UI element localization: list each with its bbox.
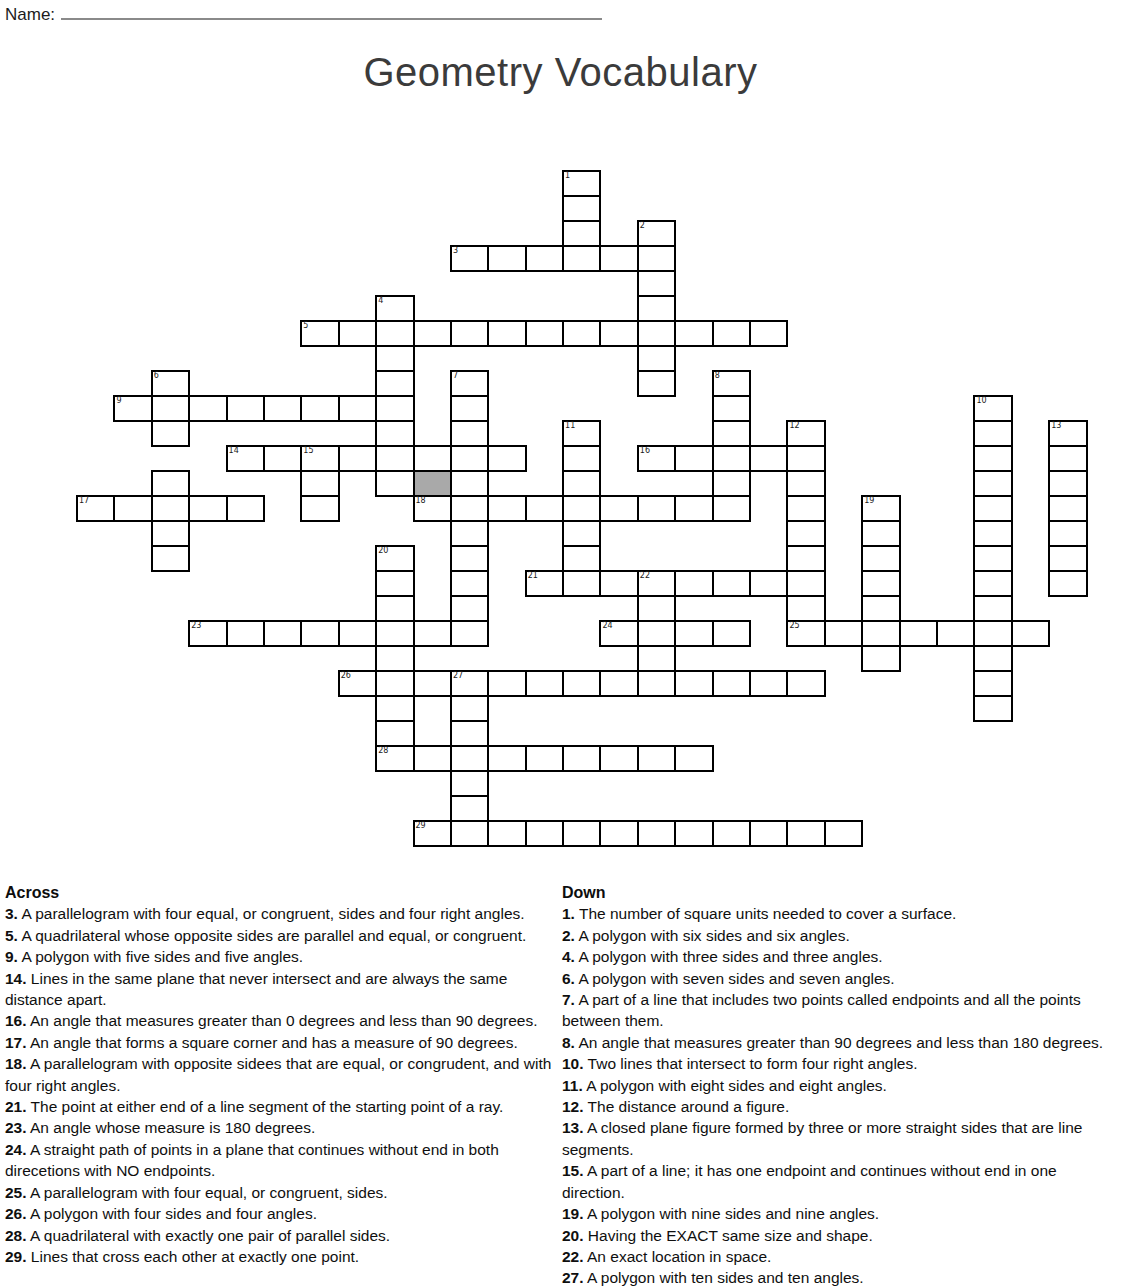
grid-cell-r13c10[interactable] (451, 496, 488, 521)
clue-number-10: 10 (976, 396, 986, 405)
down-clue-22: 22. An exact location in space. (562, 1246, 1119, 1267)
grid-cell-r16c12[interactable]: 21 (526, 571, 563, 596)
grid-cell-r4c15[interactable] (638, 271, 675, 296)
grid-cell-r18c6[interactable] (301, 621, 338, 646)
grid-cell-r18c14[interactable]: 24 (600, 621, 637, 646)
grid-cell-r6c10[interactable] (451, 321, 488, 346)
grid-cell-r9c5[interactable] (264, 396, 301, 421)
across-clue-21: 21. The point at either end of a line se… (5, 1096, 561, 1117)
across-clue-25: 25. A parallelogram with four equal, or … (5, 1182, 561, 1203)
grid-cell-r11c26[interactable] (1049, 446, 1086, 471)
grid-cell-r16c24[interactable] (974, 571, 1011, 596)
grid-cell-r6c18[interactable] (750, 321, 787, 346)
grid-cell-r10c8[interactable] (376, 421, 413, 446)
grid-cell-r11c7[interactable] (339, 446, 376, 471)
across-clue-text-9: A polygon with five sides and five angle… (18, 948, 303, 965)
grid-cell-r12c19[interactable] (787, 471, 824, 496)
down-clue-number-8: 8. (562, 1034, 575, 1051)
across-clue-29: 29. Lines that cross each other at exact… (5, 1246, 561, 1267)
grid-cell-r13c26[interactable] (1049, 496, 1086, 521)
grid-cell-r9c8[interactable] (376, 396, 413, 421)
down-clue-text-27: A polygon with ten sides and ten angles. (584, 1269, 864, 1286)
grid-cell-r13c16[interactable] (675, 496, 712, 521)
grid-cell-r18c3[interactable]: 23 (189, 621, 226, 646)
grid-cell-r10c10[interactable] (451, 421, 488, 446)
grid-cell-r2c13[interactable] (563, 221, 600, 246)
grid-cell-r20c11[interactable] (488, 671, 525, 696)
across-clue-text-23: An angle whose measure is 180 degrees. (27, 1119, 316, 1136)
grid-cell-r18c5[interactable] (264, 621, 301, 646)
down-clue-text-12: The distance around a figure. (584, 1098, 790, 1115)
clue-number-17: 17 (79, 496, 89, 505)
grid-cell-r9c4[interactable] (227, 396, 264, 421)
grid-cell-r17c15[interactable] (638, 596, 675, 621)
grid-cell-r20c7[interactable]: 26 (339, 671, 376, 696)
grid-cell-r18c10[interactable] (451, 621, 488, 646)
grid-cell-r26c20[interactable] (825, 821, 862, 846)
grid-cell-r11c5[interactable] (264, 446, 301, 471)
down-clue-text-19: A polygon with nine sides and nine angle… (584, 1205, 880, 1222)
grid-cell-r16c15[interactable]: 22 (638, 571, 675, 596)
across-clue-text-17: An angle that forms a square corner and … (27, 1034, 518, 1051)
grid-cell-r12c2[interactable] (152, 471, 189, 496)
grid-cell-r14c26[interactable] (1049, 521, 1086, 546)
grid-cell-r12c6[interactable] (301, 471, 338, 496)
down-clue-19: 19. A polygon with nine sides and nine a… (562, 1203, 1119, 1224)
down-clue-4: 4. A polygon with three sides and three … (562, 946, 1119, 967)
across-clues: Across 3. A parallelogram with four equa… (5, 882, 561, 1267)
grid-cell-r26c10[interactable] (451, 821, 488, 846)
blocked-cell-r12c9 (414, 471, 451, 496)
grid-cell-r16c10[interactable] (451, 571, 488, 596)
grid-cell-r8c15[interactable] (638, 371, 675, 396)
grid-cell-r14c21[interactable] (862, 521, 899, 546)
name-blank-line (61, 3, 602, 20)
grid-cell-r18c7[interactable] (339, 621, 376, 646)
grid-cell-r15c2[interactable] (152, 546, 189, 571)
grid-cell-r22c10[interactable] (451, 721, 488, 746)
grid-cell-r18c8[interactable] (376, 621, 413, 646)
across-clue-16: 16. An angle that measures greater than … (5, 1010, 561, 1031)
grid-cell-r9c17[interactable] (713, 396, 750, 421)
clue-number-12: 12 (789, 421, 799, 430)
grid-cell-r9c1[interactable]: 9 (114, 396, 151, 421)
grid-cell-r11c17[interactable] (713, 446, 750, 471)
clue-number-13: 13 (1051, 421, 1061, 430)
grid-cell-r16c14[interactable] (600, 571, 637, 596)
across-clue-number-5: 5. (5, 927, 18, 944)
grid-cell-r8c10[interactable]: 7 (451, 371, 488, 396)
grid-cell-r16c16[interactable] (675, 571, 712, 596)
down-clue-27: 27. A polygon with ten sides and ten ang… (562, 1267, 1119, 1286)
grid-cell-r23c11[interactable] (488, 746, 525, 771)
grid-cell-r6c14[interactable] (600, 321, 637, 346)
grid-cell-r16c8[interactable] (376, 571, 413, 596)
grid-cell-r16c19[interactable] (787, 571, 824, 596)
grid-cell-r6c8[interactable] (376, 321, 413, 346)
grid-cell-r23c13[interactable] (563, 746, 600, 771)
grid-cell-r11c4[interactable]: 14 (227, 446, 264, 471)
grid-cell-r12c26[interactable] (1049, 471, 1086, 496)
grid-cell-r20c8[interactable] (376, 671, 413, 696)
grid-cell-r26c11[interactable] (488, 821, 525, 846)
worksheet-page: Name: Geometry Vocabulary 12345678910111… (0, 0, 1121, 1286)
clue-number-5: 5 (303, 321, 308, 330)
grid-cell-r3c14[interactable] (600, 246, 637, 271)
grid-cell-r9c10[interactable] (451, 396, 488, 421)
grid-cell-r15c13[interactable] (563, 546, 600, 571)
down-clue-number-13: 13. (562, 1119, 584, 1136)
down-clue-text-8: An angle that measures greater than 90 d… (575, 1034, 1103, 1051)
grid-cell-r13c19[interactable] (787, 496, 824, 521)
grid-cell-r11c18[interactable] (750, 446, 787, 471)
grid-cell-r6c11[interactable] (488, 321, 525, 346)
clue-number-20: 20 (378, 546, 388, 555)
grid-cell-r15c21[interactable] (862, 546, 899, 571)
down-clue-8: 8. An angle that measures greater than 9… (562, 1032, 1119, 1053)
grid-cell-r19c24[interactable] (974, 646, 1011, 671)
grid-cell-r3c13[interactable] (563, 246, 600, 271)
grid-cell-r17c24[interactable] (974, 596, 1011, 621)
grid-cell-r18c22[interactable] (900, 621, 937, 646)
grid-cell-r17c8[interactable] (376, 596, 413, 621)
clue-number-19: 19 (864, 496, 874, 505)
grid-cell-r10c2[interactable] (152, 421, 189, 446)
clue-number-1: 1 (565, 171, 570, 180)
grid-cell-r6c6[interactable]: 5 (301, 321, 338, 346)
grid-cell-r12c13[interactable] (563, 471, 600, 496)
grid-cell-r1c13[interactable] (563, 196, 600, 221)
grid-cell-r21c10[interactable] (451, 696, 488, 721)
across-clue-number-17: 17. (5, 1034, 27, 1051)
clue-number-7: 7 (453, 371, 458, 380)
grid-cell-r9c3[interactable] (189, 396, 226, 421)
grid-cell-r11c13[interactable] (563, 446, 600, 471)
grid-cell-r10c17[interactable] (713, 421, 750, 446)
grid-cell-r10c24[interactable] (974, 421, 1011, 446)
across-clue-text-24: A straight path of points in a plane tha… (5, 1141, 499, 1179)
clue-number-25: 25 (789, 621, 799, 630)
grid-cell-r26c9[interactable]: 29 (414, 821, 451, 846)
down-clues: Down 1. The number of square units neede… (562, 882, 1119, 1286)
down-clue-list: 1. The number of square units needed to … (562, 903, 1119, 1286)
grid-cell-r19c8[interactable] (376, 646, 413, 671)
across-clue-18: 18. A parallelogram with opposite sidees… (5, 1053, 561, 1096)
grid-cell-r25c10[interactable] (451, 796, 488, 821)
grid-cell-r13c1[interactable] (114, 496, 151, 521)
down-clue-number-10: 10. (562, 1055, 584, 1072)
down-clue-text-20: Having the EXACT same size and shape. (584, 1227, 873, 1244)
down-clue-12: 12. The distance around a figure. (562, 1096, 1119, 1117)
grid-cell-r13c9[interactable]: 18 (414, 496, 451, 521)
grid-cell-r10c19[interactable]: 12 (787, 421, 824, 446)
down-clue-number-27: 27. (562, 1269, 584, 1286)
across-clue-text-26: A polygon with four sides and four angle… (27, 1205, 317, 1222)
grid-cell-r20c24[interactable] (974, 671, 1011, 696)
grid-cell-r23c14[interactable] (600, 746, 637, 771)
across-clue-number-28: 28. (5, 1227, 27, 1244)
grid-cell-r11c11[interactable] (488, 446, 525, 471)
across-clue-number-16: 16. (5, 1012, 27, 1029)
grid-cell-r20c12[interactable] (526, 671, 563, 696)
grid-cell-r15c19[interactable] (787, 546, 824, 571)
grid-cell-r26c15[interactable] (638, 821, 675, 846)
grid-cell-r26c16[interactable] (675, 821, 712, 846)
grid-cell-r11c6[interactable]: 15 (301, 446, 338, 471)
across-clue-number-14: 14. (5, 970, 27, 987)
clue-number-28: 28 (378, 746, 388, 755)
grid-cell-r16c17[interactable] (713, 571, 750, 596)
clue-number-8: 8 (715, 371, 720, 380)
grid-cell-r14c13[interactable] (563, 521, 600, 546)
down-clue-number-4: 4. (562, 948, 575, 965)
grid-cell-r6c9[interactable] (414, 321, 451, 346)
clue-number-14: 14 (229, 446, 239, 455)
grid-cell-r23c16[interactable] (675, 746, 712, 771)
grid-cell-r13c4[interactable] (227, 496, 264, 521)
clue-number-15: 15 (303, 446, 313, 455)
down-clue-1: 1. The number of square units needed to … (562, 903, 1119, 924)
grid-cell-r20c9[interactable] (414, 671, 451, 696)
across-clue-text-21: The point at either end of a line segmen… (27, 1098, 504, 1115)
clue-number-18: 18 (416, 496, 426, 505)
down-clue-number-22: 22. (562, 1248, 584, 1265)
grid-cell-r18c25[interactable] (1012, 621, 1049, 646)
grid-cell-r11c10[interactable] (451, 446, 488, 471)
grid-cell-r13c11[interactable] (488, 496, 525, 521)
grid-cell-r16c18[interactable] (750, 571, 787, 596)
grid-cell-r6c16[interactable] (675, 321, 712, 346)
grid-cell-r8c17[interactable]: 8 (713, 371, 750, 396)
grid-cell-r3c10[interactable]: 3 (451, 246, 488, 271)
across-clue-3: 3. A parallelogram with four equal, or c… (5, 903, 561, 924)
grid-cell-r14c19[interactable] (787, 521, 824, 546)
down-clue-text-10: Two lines that intersect to form four ri… (584, 1055, 918, 1072)
grid-cell-r3c12[interactable] (526, 246, 563, 271)
clue-number-21: 21 (528, 571, 538, 580)
grid-cell-r13c17[interactable] (713, 496, 750, 521)
down-clue-number-1: 1. (562, 905, 575, 922)
across-clue-number-29: 29. (5, 1248, 27, 1265)
grid-cell-r21c24[interactable] (974, 696, 1011, 721)
grid-cell-r15c8[interactable]: 20 (376, 546, 413, 571)
grid-cell-r18c24[interactable] (974, 621, 1011, 646)
down-clue-number-19: 19. (562, 1205, 584, 1222)
clue-number-26: 26 (341, 671, 351, 680)
grid-cell-r24c10[interactable] (451, 771, 488, 796)
grid-cell-r20c15[interactable] (638, 671, 675, 696)
down-clue-6: 6. A polygon with seven sides and seven … (562, 968, 1119, 989)
down-clue-20: 20. Having the EXACT same size and shape… (562, 1225, 1119, 1246)
grid-cell-r17c10[interactable] (451, 596, 488, 621)
grid-cell-r18c20[interactable] (825, 621, 862, 646)
across-clue-24: 24. A straight path of points in a plane… (5, 1139, 561, 1182)
grid-cell-r11c9[interactable] (414, 446, 451, 471)
grid-cell-r19c21[interactable] (862, 646, 899, 671)
grid-cell-r23c12[interactable] (526, 746, 563, 771)
grid-cell-r15c24[interactable] (974, 546, 1011, 571)
grid-cell-r19c15[interactable] (638, 646, 675, 671)
across-heading: Across (5, 882, 561, 903)
across-clue-23: 23. An angle whose measure is 180 degree… (5, 1117, 561, 1138)
down-clue-7: 7. A part of a line that includes two po… (562, 989, 1119, 1032)
grid-cell-r7c8[interactable] (376, 346, 413, 371)
clue-number-9: 9 (116, 396, 121, 405)
grid-cell-r18c17[interactable] (713, 621, 750, 646)
down-clue-text-7: A part of a line that includes two point… (562, 991, 1081, 1029)
grid-cell-r13c24[interactable] (974, 496, 1011, 521)
clue-number-11: 11 (565, 421, 575, 430)
down-clue-number-20: 20. (562, 1227, 584, 1244)
grid-cell-r15c10[interactable] (451, 546, 488, 571)
grid-cell-r11c24[interactable] (974, 446, 1011, 471)
grid-cell-r12c24[interactable] (974, 471, 1011, 496)
grid-cell-r18c23[interactable] (937, 621, 974, 646)
down-clue-2: 2. A polygon with six sides and six angl… (562, 925, 1119, 946)
grid-cell-r18c9[interactable] (414, 621, 451, 646)
grid-cell-r12c8[interactable] (376, 471, 413, 496)
grid-cell-r18c15[interactable] (638, 621, 675, 646)
grid-cell-r16c13[interactable] (563, 571, 600, 596)
clue-number-22: 22 (640, 571, 650, 580)
grid-cell-r6c7[interactable] (339, 321, 376, 346)
across-clue-number-23: 23. (5, 1119, 27, 1136)
grid-cell-r3c15[interactable] (638, 246, 675, 271)
grid-cell-r22c8[interactable] (376, 721, 413, 746)
grid-cell-r6c13[interactable] (563, 321, 600, 346)
grid-cell-r9c24[interactable]: 10 (974, 396, 1011, 421)
grid-cell-r13c15[interactable] (638, 496, 675, 521)
grid-cell-r11c15[interactable]: 16 (638, 446, 675, 471)
across-clue-number-9: 9. (5, 948, 18, 965)
grid-cell-r23c15[interactable] (638, 746, 675, 771)
clue-number-27: 27 (453, 671, 463, 680)
grid-cell-r5c15[interactable] (638, 296, 675, 321)
grid-cell-r26c18[interactable] (750, 821, 787, 846)
grid-cell-r16c26[interactable] (1049, 571, 1086, 596)
clue-number-6: 6 (154, 371, 159, 380)
grid-cell-r26c13[interactable] (563, 821, 600, 846)
grid-cell-r15c26[interactable] (1049, 546, 1086, 571)
grid-cell-r13c6[interactable] (301, 496, 338, 521)
down-clue-text-13: A closed plane figure formed by three or… (562, 1119, 1082, 1157)
grid-cell-r13c13[interactable] (563, 496, 600, 521)
grid-cell-r20c14[interactable] (600, 671, 637, 696)
clue-number-24: 24 (602, 621, 612, 630)
grid-cell-r20c19[interactable] (787, 671, 824, 696)
crossword-grid: 1234567891011121314151617181920212223242… (77, 171, 1087, 846)
grid-cell-r26c12[interactable] (526, 821, 563, 846)
grid-cell-r18c4[interactable] (227, 621, 264, 646)
grid-cell-r23c8[interactable]: 28 (376, 746, 413, 771)
across-clue-text-18: A parallelogram with opposite sidees tha… (5, 1055, 551, 1093)
grid-cell-r12c10[interactable] (451, 471, 488, 496)
down-clue-text-4: A polygon with three sides and three ang… (575, 948, 883, 965)
down-heading: Down (562, 882, 1119, 903)
grid-cell-r5c8[interactable]: 4 (376, 296, 413, 321)
down-clue-text-22: An exact location in space. (584, 1248, 772, 1265)
across-clue-list: 3. A parallelogram with four equal, or c… (5, 903, 561, 1267)
grid-cell-r14c2[interactable] (152, 521, 189, 546)
grid-cell-r23c9[interactable] (414, 746, 451, 771)
down-clue-15: 15. A part of a line; it has one endpoin… (562, 1160, 1119, 1203)
grid-cell-r13c2[interactable] (152, 496, 189, 521)
grid-cell-r8c8[interactable] (376, 371, 413, 396)
grid-cell-r11c8[interactable] (376, 446, 413, 471)
across-clue-14: 14. Lines in the same plane that never i… (5, 968, 561, 1011)
across-clue-number-21: 21. (5, 1098, 27, 1115)
grid-cell-r13c0[interactable]: 17 (77, 496, 114, 521)
down-clue-number-7: 7. (562, 991, 575, 1008)
grid-cell-r20c18[interactable] (750, 671, 787, 696)
across-clue-17: 17. An angle that forms a square corner … (5, 1032, 561, 1053)
grid-cell-r13c12[interactable] (526, 496, 563, 521)
down-clue-10: 10. Two lines that intersect to form fou… (562, 1053, 1119, 1074)
across-clue-5: 5. A quadrilateral whose opposite sides … (5, 925, 561, 946)
grid-cell-r14c10[interactable] (451, 521, 488, 546)
down-clue-number-12: 12. (562, 1098, 584, 1115)
grid-cell-r23c10[interactable] (451, 746, 488, 771)
across-clue-number-3: 3. (5, 905, 18, 922)
grid-cell-r7c15[interactable] (638, 346, 675, 371)
down-clue-text-1: The number of square units needed to cov… (575, 905, 956, 922)
across-clue-28: 28. A quadrilateral with exactly one pai… (5, 1225, 561, 1246)
grid-cell-r17c21[interactable] (862, 596, 899, 621)
grid-cell-r9c7[interactable] (339, 396, 376, 421)
down-clue-number-15: 15. (562, 1162, 584, 1179)
grid-cell-r6c15[interactable] (638, 321, 675, 346)
grid-cell-r26c19[interactable] (787, 821, 824, 846)
grid-cell-r14c24[interactable] (974, 521, 1011, 546)
grid-cell-r26c14[interactable] (600, 821, 637, 846)
grid-cell-r20c17[interactable] (713, 671, 750, 696)
grid-cell-r13c14[interactable] (600, 496, 637, 521)
grid-cell-r20c16[interactable] (675, 671, 712, 696)
grid-cell-r18c16[interactable] (675, 621, 712, 646)
grid-cell-r0c13[interactable]: 1 (563, 171, 600, 196)
across-clue-text-16: An angle that measures greater than 0 de… (27, 1012, 538, 1029)
grid-cell-r13c3[interactable] (189, 496, 226, 521)
grid-cell-r12c17[interactable] (713, 471, 750, 496)
grid-cell-r26c17[interactable] (713, 821, 750, 846)
grid-cell-r18c19[interactable]: 25 (787, 621, 824, 646)
grid-cell-r18c21[interactable] (862, 621, 899, 646)
clue-number-2: 2 (640, 221, 645, 230)
grid-cell-r20c13[interactable] (563, 671, 600, 696)
grid-cell-r20c10[interactable]: 27 (451, 671, 488, 696)
grid-cell-r9c6[interactable] (301, 396, 338, 421)
grid-cell-r11c19[interactable] (787, 446, 824, 471)
grid-cell-r3c11[interactable] (488, 246, 525, 271)
across-clue-text-25: A parallelogram with four equal, or cong… (27, 1184, 388, 1201)
grid-cell-r21c8[interactable] (376, 696, 413, 721)
grid-cell-r6c17[interactable] (713, 321, 750, 346)
grid-cell-r2c15[interactable]: 2 (638, 221, 675, 246)
across-clue-text-5: A quadrilateral whose opposite sides are… (18, 927, 526, 944)
grid-cell-r6c12[interactable] (526, 321, 563, 346)
name-label: Name: (5, 5, 55, 24)
grid-cell-r11c16[interactable] (675, 446, 712, 471)
across-clue-text-29: Lines that cross each other at exactly o… (27, 1248, 360, 1265)
grid-cell-r9c2[interactable] (152, 396, 189, 421)
grid-cell-r13c21[interactable]: 19 (862, 496, 899, 521)
page-title: Geometry Vocabulary (0, 50, 1121, 95)
grid-cell-r17c19[interactable] (787, 596, 824, 621)
grid-cell-r16c21[interactable] (862, 571, 899, 596)
grid-cell-r8c2[interactable]: 6 (152, 371, 189, 396)
grid-cell-r10c13[interactable]: 11 (563, 421, 600, 446)
grid-cell-r10c26[interactable]: 13 (1049, 421, 1086, 446)
